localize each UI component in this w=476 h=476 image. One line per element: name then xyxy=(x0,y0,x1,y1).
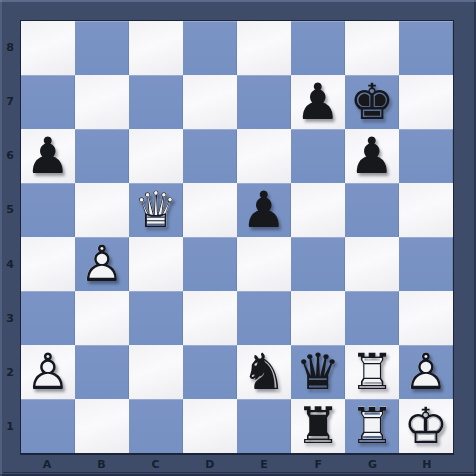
white-rook-g1[interactable]: ♜♖ xyxy=(345,399,399,453)
black-rook-f1[interactable]: ♜ xyxy=(291,399,345,453)
square-d5[interactable] xyxy=(183,183,237,237)
square-h5[interactable] xyxy=(399,183,453,237)
square-a8[interactable] xyxy=(21,21,75,75)
black-pawn-f7[interactable]: ♟ xyxy=(291,75,345,129)
chess-diagram: 87654321 ♟♚♟♟♛♕♟♟♙♟♙♞♛♜♖♟♙♜♜♖♚♔ ABCDEFGH xyxy=(0,0,476,476)
black-queen-glyph: ♛ xyxy=(291,345,345,399)
file-label-a: A xyxy=(20,456,74,472)
file-label-d: D xyxy=(183,456,237,472)
square-f8[interactable] xyxy=(291,21,345,75)
black-pawn-a6[interactable]: ♟ xyxy=(21,129,75,183)
rank-label-4: 4 xyxy=(0,237,20,291)
square-e5[interactable]: ♟ xyxy=(237,183,291,237)
square-c4[interactable] xyxy=(129,237,183,291)
piece-outline: ♔ xyxy=(399,399,453,453)
piece-outline: ♙ xyxy=(21,345,75,399)
rank-label-8: 8 xyxy=(0,20,20,74)
white-pawn-b4[interactable]: ♟♙ xyxy=(75,237,129,291)
square-a2[interactable]: ♟♙ xyxy=(21,345,75,399)
square-b8[interactable] xyxy=(75,21,129,75)
square-d1[interactable] xyxy=(183,399,237,453)
square-d8[interactable] xyxy=(183,21,237,75)
piece-outline: ♖ xyxy=(345,345,399,399)
square-d4[interactable] xyxy=(183,237,237,291)
file-labels: ABCDEFGH xyxy=(20,456,454,472)
square-f3[interactable] xyxy=(291,291,345,345)
square-g1[interactable]: ♜♖ xyxy=(345,399,399,453)
square-f2[interactable]: ♛ xyxy=(291,345,345,399)
rank-label-3: 3 xyxy=(0,291,20,345)
square-a6[interactable]: ♟ xyxy=(21,129,75,183)
rank-label-1: 1 xyxy=(0,400,20,454)
rank-label-7: 7 xyxy=(0,74,20,128)
square-e3[interactable] xyxy=(237,291,291,345)
black-king-g7[interactable]: ♚ xyxy=(345,75,399,129)
square-b1[interactable] xyxy=(75,399,129,453)
square-c8[interactable] xyxy=(129,21,183,75)
square-g4[interactable] xyxy=(345,237,399,291)
rank-label-2: 2 xyxy=(0,346,20,400)
white-pawn-h2[interactable]: ♟♙ xyxy=(399,345,453,399)
black-queen-f2[interactable]: ♛ xyxy=(291,345,345,399)
rank-label-5: 5 xyxy=(0,183,20,237)
black-rook-glyph: ♜ xyxy=(291,399,345,453)
square-a4[interactable] xyxy=(21,237,75,291)
square-e6[interactable] xyxy=(237,129,291,183)
square-h7[interactable] xyxy=(399,75,453,129)
white-rook-g2[interactable]: ♜♖ xyxy=(345,345,399,399)
rank-label-6: 6 xyxy=(0,129,20,183)
square-e7[interactable] xyxy=(237,75,291,129)
square-h6[interactable] xyxy=(399,129,453,183)
white-king-h1[interactable]: ♚♔ xyxy=(399,399,453,453)
square-d7[interactable] xyxy=(183,75,237,129)
square-d6[interactable] xyxy=(183,129,237,183)
piece-outline: ♕ xyxy=(129,183,183,237)
square-f5[interactable] xyxy=(291,183,345,237)
square-d2[interactable] xyxy=(183,345,237,399)
black-knight-e2[interactable]: ♞ xyxy=(237,345,291,399)
square-h1[interactable]: ♚♔ xyxy=(399,399,453,453)
white-queen-c5[interactable]: ♛♕ xyxy=(129,183,183,237)
piece-outline: ♖ xyxy=(345,399,399,453)
square-f7[interactable]: ♟ xyxy=(291,75,345,129)
black-knight-glyph: ♞ xyxy=(237,345,291,399)
square-g6[interactable]: ♟ xyxy=(345,129,399,183)
black-pawn-glyph: ♟ xyxy=(291,75,345,129)
square-b7[interactable] xyxy=(75,75,129,129)
square-b4[interactable]: ♟♙ xyxy=(75,237,129,291)
file-label-g: G xyxy=(346,456,400,472)
piece-outline: ♙ xyxy=(399,345,453,399)
square-g3[interactable] xyxy=(345,291,399,345)
square-c5[interactable]: ♛♕ xyxy=(129,183,183,237)
square-d3[interactable] xyxy=(183,291,237,345)
square-e2[interactable]: ♞ xyxy=(237,345,291,399)
square-h2[interactable]: ♟♙ xyxy=(399,345,453,399)
black-pawn-e5[interactable]: ♟ xyxy=(237,183,291,237)
square-c1[interactable] xyxy=(129,399,183,453)
square-a5[interactable] xyxy=(21,183,75,237)
square-c2[interactable] xyxy=(129,345,183,399)
square-f1[interactable]: ♜ xyxy=(291,399,345,453)
piece-outline: ♙ xyxy=(75,237,129,291)
square-a7[interactable] xyxy=(21,75,75,129)
square-g7[interactable]: ♚ xyxy=(345,75,399,129)
file-label-c: C xyxy=(129,456,183,472)
chess-board: ♟♚♟♟♛♕♟♟♙♟♙♞♛♜♖♟♙♜♜♖♚♔ xyxy=(20,20,454,455)
square-a1[interactable] xyxy=(21,399,75,453)
square-g5[interactable] xyxy=(345,183,399,237)
square-b5[interactable] xyxy=(75,183,129,237)
square-h4[interactable] xyxy=(399,237,453,291)
square-e8[interactable] xyxy=(237,21,291,75)
square-c3[interactable] xyxy=(129,291,183,345)
square-f4[interactable] xyxy=(291,237,345,291)
square-e4[interactable] xyxy=(237,237,291,291)
file-label-b: B xyxy=(74,456,128,472)
rank-labels: 87654321 xyxy=(0,20,20,454)
black-pawn-glyph: ♟ xyxy=(345,129,399,183)
file-label-f: F xyxy=(291,456,345,472)
file-label-e: E xyxy=(237,456,291,472)
square-g2[interactable]: ♜♖ xyxy=(345,345,399,399)
square-c7[interactable] xyxy=(129,75,183,129)
square-h8[interactable] xyxy=(399,21,453,75)
square-f6[interactable] xyxy=(291,129,345,183)
square-b2[interactable] xyxy=(75,345,129,399)
square-h3[interactable] xyxy=(399,291,453,345)
black-king-glyph: ♚ xyxy=(345,75,399,129)
square-g8[interactable] xyxy=(345,21,399,75)
black-pawn-glyph: ♟ xyxy=(21,129,75,183)
white-pawn-a2[interactable]: ♟♙ xyxy=(21,345,75,399)
square-b6[interactable] xyxy=(75,129,129,183)
square-e1[interactable] xyxy=(237,399,291,453)
square-a3[interactable] xyxy=(21,291,75,345)
file-label-h: H xyxy=(400,456,454,472)
black-pawn-g6[interactable]: ♟ xyxy=(345,129,399,183)
black-pawn-glyph: ♟ xyxy=(237,183,291,237)
square-c6[interactable] xyxy=(129,129,183,183)
square-b3[interactable] xyxy=(75,291,129,345)
